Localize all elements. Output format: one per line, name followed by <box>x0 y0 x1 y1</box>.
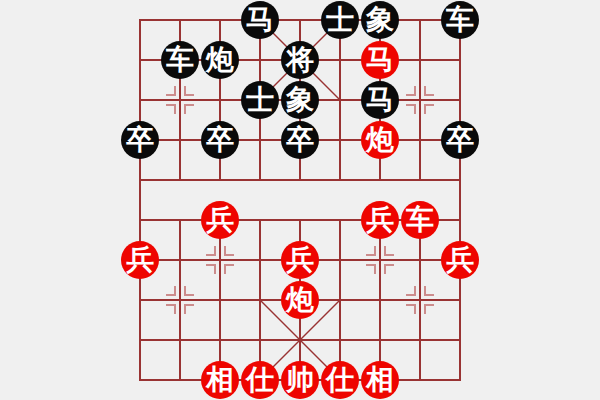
piece-red-chariot[interactable]: 车 <box>401 201 439 239</box>
piece-red-soldier[interactable]: 兵 <box>281 241 319 279</box>
piece-black-chariot[interactable]: 车 <box>161 41 199 79</box>
piece-glyph: 士 <box>246 81 274 119</box>
piece-red-soldier[interactable]: 兵 <box>201 201 239 239</box>
piece-red-cannon[interactable]: 炮 <box>281 281 319 319</box>
piece-black-soldier[interactable]: 卒 <box>281 121 319 159</box>
piece-grid: 马士象车车炮将马士象马卒卒卒炮卒兵兵车兵兵兵炮相仕帅仕相 <box>120 0 480 400</box>
piece-black-horse[interactable]: 马 <box>241 1 279 39</box>
piece-red-soldier[interactable]: 兵 <box>441 241 479 279</box>
piece-glyph: 帅 <box>286 361 314 399</box>
piece-glyph: 卒 <box>286 121 314 159</box>
piece-glyph: 车 <box>446 1 474 39</box>
piece-glyph: 马 <box>366 81 394 119</box>
piece-black-advisor[interactable]: 士 <box>321 1 359 39</box>
piece-glyph: 兵 <box>286 241 314 279</box>
piece-red-elephant[interactable]: 相 <box>201 361 239 399</box>
piece-black-general[interactable]: 将 <box>281 41 319 79</box>
piece-glyph: 马 <box>366 41 394 79</box>
piece-black-chariot[interactable]: 车 <box>441 1 479 39</box>
piece-black-soldier[interactable]: 卒 <box>201 121 239 159</box>
piece-black-elephant[interactable]: 象 <box>281 81 319 119</box>
piece-black-soldier[interactable]: 卒 <box>121 121 159 159</box>
piece-red-general[interactable]: 帅 <box>281 361 319 399</box>
piece-glyph: 相 <box>366 361 394 399</box>
piece-glyph: 士 <box>326 1 354 39</box>
piece-glyph: 炮 <box>366 121 394 159</box>
piece-glyph: 车 <box>166 41 194 79</box>
xiangqi-board: 马士象车车炮将马士象马卒卒卒炮卒兵兵车兵兵兵炮相仕帅仕相 <box>0 0 600 400</box>
piece-glyph: 将 <box>286 41 314 79</box>
piece-glyph: 炮 <box>286 281 314 319</box>
piece-glyph: 仕 <box>326 361 354 399</box>
piece-black-elephant[interactable]: 象 <box>361 1 399 39</box>
piece-black-soldier[interactable]: 卒 <box>441 121 479 159</box>
piece-red-soldier[interactable]: 兵 <box>361 201 399 239</box>
piece-black-horse[interactable]: 马 <box>361 81 399 119</box>
piece-glyph: 相 <box>206 361 234 399</box>
piece-black-cannon[interactable]: 炮 <box>201 41 239 79</box>
piece-glyph: 卒 <box>446 121 474 159</box>
piece-glyph: 兵 <box>446 241 474 279</box>
piece-glyph: 兵 <box>206 201 234 239</box>
piece-red-elephant[interactable]: 相 <box>361 361 399 399</box>
piece-glyph: 象 <box>286 81 314 119</box>
piece-glyph: 马 <box>246 1 274 39</box>
piece-glyph: 车 <box>406 201 434 239</box>
piece-red-soldier[interactable]: 兵 <box>121 241 159 279</box>
piece-glyph: 卒 <box>126 121 154 159</box>
piece-red-horse[interactable]: 马 <box>361 41 399 79</box>
piece-glyph: 卒 <box>206 121 234 159</box>
piece-glyph: 象 <box>366 1 394 39</box>
piece-red-advisor[interactable]: 仕 <box>241 361 279 399</box>
piece-black-advisor[interactable]: 士 <box>241 81 279 119</box>
piece-glyph: 炮 <box>206 41 234 79</box>
piece-red-advisor[interactable]: 仕 <box>321 361 359 399</box>
piece-red-cannon[interactable]: 炮 <box>361 121 399 159</box>
piece-glyph: 仕 <box>246 361 274 399</box>
piece-glyph: 兵 <box>366 201 394 239</box>
piece-glyph: 兵 <box>126 241 154 279</box>
